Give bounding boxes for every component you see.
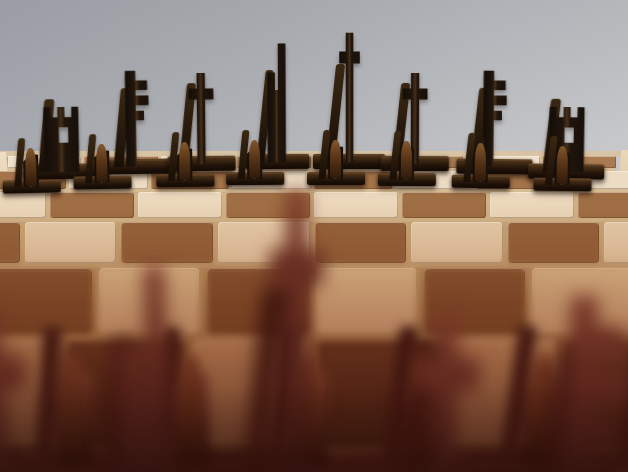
square-c7 [151,171,229,189]
board-rank-6 [0,192,628,222]
square-f2 [467,454,604,472]
board-rank-5 [0,222,628,268]
square-a5 [0,222,20,263]
square-d4 [207,268,308,334]
square-c8 [161,156,234,168]
square-b3 [0,340,58,446]
square-g3 [566,340,628,446]
square-g4 [532,268,628,334]
square-g8 [466,156,539,168]
square-f3 [441,340,557,446]
square-c4 [99,268,200,334]
square-b5 [25,222,117,263]
board-rank-2 [0,454,628,472]
square-c6 [138,192,222,218]
square-b7 [69,171,147,189]
square-b4 [0,268,92,334]
square-c2 [20,454,157,472]
square-e3 [317,340,433,446]
square-e4 [316,268,417,334]
board-rank-3 [0,340,628,454]
square-b2 [0,454,8,472]
square-d5 [218,222,310,263]
board-rank-4 [0,268,628,340]
square-c3 [67,340,183,446]
square-e7 [314,171,392,189]
square-f8 [390,156,463,168]
square-d7 [232,171,310,189]
square-a6 [0,192,46,218]
square-d3 [192,340,308,446]
square-e2 [318,454,455,472]
square-d6 [226,192,310,218]
board-rank-7 [0,171,628,192]
square-f7 [395,171,473,189]
square-g6 [490,192,574,218]
square-h7 [558,171,628,189]
board-rank-8 [8,156,616,171]
square-e8 [314,156,387,168]
square-e5 [315,222,407,263]
square-b6 [50,192,134,218]
square-h8 [543,156,616,168]
square-c5 [121,222,213,263]
photo-scene [0,0,628,472]
square-d2 [169,454,306,472]
square-g2 [616,454,628,472]
square-e6 [314,192,398,218]
square-h5 [604,222,628,263]
square-a7 [0,171,66,189]
square-a8 [8,156,81,168]
square-f6 [402,192,486,218]
square-f4 [424,268,525,334]
square-b8 [84,156,157,168]
square-d8 [237,156,310,168]
square-f5 [411,222,503,263]
square-g5 [508,222,600,263]
chess-board [0,0,628,472]
square-h6 [578,192,628,218]
square-g7 [476,171,554,189]
